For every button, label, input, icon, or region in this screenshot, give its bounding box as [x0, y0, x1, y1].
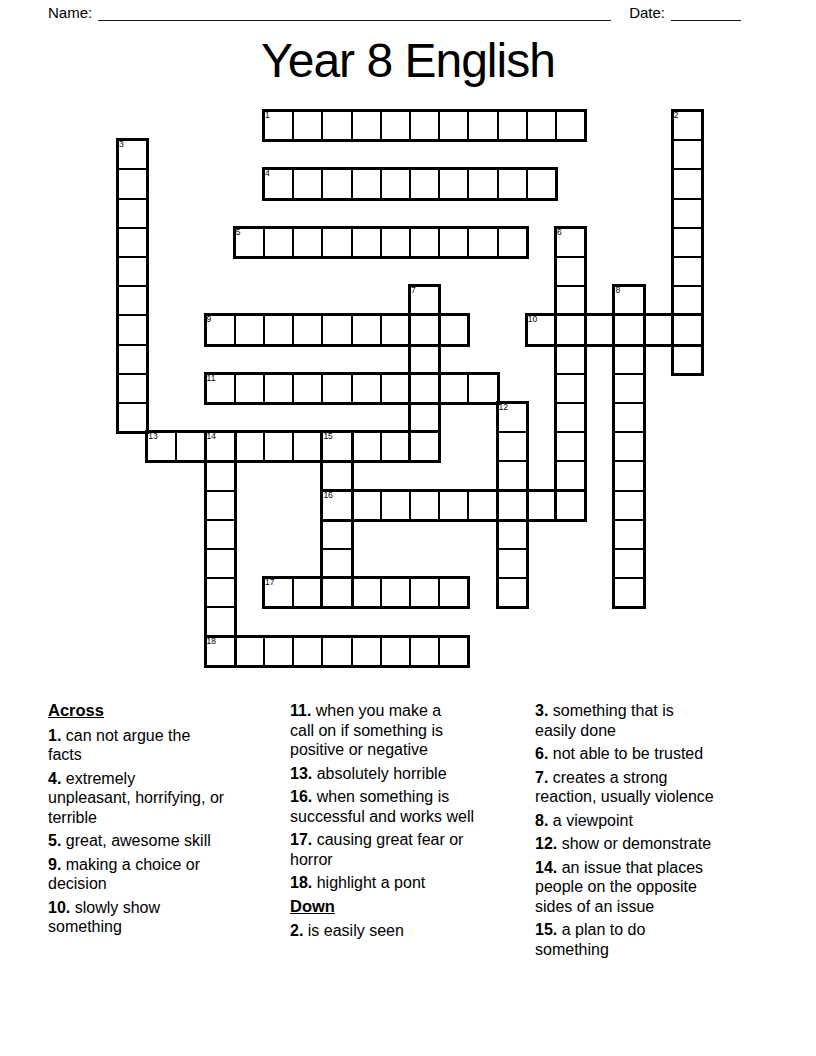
- clue-15: 15. a plan to do something: [535, 920, 785, 959]
- clues-heading-down: Down: [290, 897, 540, 917]
- grid-cell-r11c8[interactable]: [351, 431, 382, 462]
- grid-cell-r9c7[interactable]: [321, 373, 352, 404]
- name-field[interactable]: [98, 5, 611, 21]
- grid-cell-r13c9[interactable]: [380, 490, 411, 521]
- clue-text: can not argue the facts: [48, 727, 190, 764]
- clue-11: 11. when you make a call on if something…: [290, 701, 540, 760]
- grid-cell-r18c9[interactable]: [380, 636, 411, 667]
- grid-cell-r2c0[interactable]: [117, 168, 148, 199]
- clue-12: 12. show or demonstrate: [535, 834, 785, 854]
- grid-cell-r4c13[interactable]: [497, 227, 528, 258]
- grid-cell-r13c17[interactable]: [613, 490, 644, 521]
- clue-text: is easily seen: [303, 922, 404, 939]
- grid-cell-r9c5[interactable]: [263, 373, 294, 404]
- grid-cell-r16c9[interactable]: [380, 577, 411, 608]
- grid-cell-r2c7[interactable]: [321, 168, 352, 199]
- clue-text: when something is successful and works w…: [290, 788, 474, 825]
- clue-column-3: 3. something that is easily done6. not a…: [535, 701, 785, 963]
- date-label: Date:: [629, 4, 665, 21]
- worksheet-header: Name: Date:: [48, 4, 741, 21]
- grid-cell-r18c8[interactable]: [351, 636, 382, 667]
- grid-cell-r2c19[interactable]: [672, 168, 703, 199]
- grid-cell-r7c17[interactable]: [613, 314, 644, 345]
- clue-number-label: 2.: [290, 922, 303, 939]
- clue-number-label: 4.: [48, 770, 61, 787]
- grid-cell-r0c12[interactable]: [467, 110, 498, 141]
- grid-cell-r0c8[interactable]: [351, 110, 382, 141]
- grid-cell-r3c19[interactable]: [672, 198, 703, 229]
- grid-cell-r7c11[interactable]: [438, 314, 469, 345]
- grid-cell-r2c9[interactable]: [380, 168, 411, 199]
- grid-cell-r4c8[interactable]: [351, 227, 382, 258]
- grid-cell-r17c3[interactable]: [205, 606, 236, 637]
- grid-cell-r4c10[interactable]: [409, 227, 440, 258]
- grid-cell-r12c13[interactable]: [497, 460, 528, 491]
- grid-cell-r14c7[interactable]: [321, 519, 352, 550]
- grid-cell-r5c15[interactable]: [555, 256, 586, 287]
- crossword-grid: 123456789101112131415161718: [117, 110, 702, 666]
- grid-cell-r8c17[interactable]: [613, 344, 644, 375]
- clue-number-label: 18.: [290, 874, 312, 891]
- grid-cell-r1c19[interactable]: [672, 139, 703, 170]
- clue-number-label: 7.: [535, 769, 548, 786]
- grid-cell-r12c7[interactable]: [321, 460, 352, 491]
- grid-cell-r9c6[interactable]: [292, 373, 323, 404]
- grid-cell-r18c4[interactable]: [234, 636, 265, 667]
- grid-cell-r13c11[interactable]: [438, 490, 469, 521]
- grid-cell-r4c5[interactable]: [263, 227, 294, 258]
- clues-heading-across: Across: [48, 701, 298, 721]
- clue-number-label: 1.: [48, 727, 61, 744]
- grid-cell-r2c12[interactable]: [467, 168, 498, 199]
- grid-cell-r9c15[interactable]: [555, 373, 586, 404]
- grid-cell-r11c9[interactable]: [380, 431, 411, 462]
- grid-cell-r11c10[interactable]: [409, 431, 440, 462]
- clue-text: extremely unpleasant, horrifying, or ter…: [48, 770, 224, 826]
- cell-number-14: 14: [205, 431, 216, 441]
- grid-cell-r4c7[interactable]: [321, 227, 352, 258]
- clue-text: something that is easily done: [535, 702, 674, 739]
- clue-number-label: 6.: [535, 745, 548, 762]
- grid-cell-r7c18[interactable]: [643, 314, 674, 345]
- clue-8: 8. a viewpoint: [535, 811, 785, 831]
- cell-number-18: 18: [205, 636, 216, 646]
- grid-cell-r12c3[interactable]: [205, 460, 236, 491]
- grid-cell-r10c10[interactable]: [409, 402, 440, 433]
- clue-14: 14. an issue that places people on the o…: [535, 858, 785, 917]
- grid-cell-r9c4[interactable]: [234, 373, 265, 404]
- grid-cell-r2c14[interactable]: [526, 168, 557, 199]
- cell-number-8: 8: [613, 285, 620, 295]
- grid-cell-r11c6[interactable]: [292, 431, 323, 462]
- grid-cell-r7c0[interactable]: [117, 314, 148, 345]
- grid-cell-r9c9[interactable]: [380, 373, 411, 404]
- clue-number-label: 15.: [535, 921, 557, 938]
- clue-column-1: Across1. can not argue the facts4. extre…: [48, 701, 298, 941]
- clue-text: causing great fear or horror: [290, 831, 463, 868]
- grid-cell-r16c6[interactable]: [292, 577, 323, 608]
- clue-text: an issue that places people on the oppos…: [535, 859, 703, 915]
- grid-cell-r11c17[interactable]: [613, 431, 644, 462]
- clue-4: 4. extremely unpleasant, horrifying, or …: [48, 769, 298, 828]
- date-field[interactable]: [671, 5, 741, 21]
- grid-cell-r8c10[interactable]: [409, 344, 440, 375]
- grid-cell-r13c8[interactable]: [351, 490, 382, 521]
- grid-cell-r16c13[interactable]: [497, 577, 528, 608]
- cell-number-15: 15: [321, 431, 332, 441]
- grid-cell-r0c6[interactable]: [292, 110, 323, 141]
- grid-cell-r8c15[interactable]: [555, 344, 586, 375]
- grid-cell-r7c8[interactable]: [351, 314, 382, 345]
- clue-number-label: 9.: [48, 856, 61, 873]
- clue-3: 3. something that is easily done: [535, 701, 785, 740]
- grid-cell-r0c13[interactable]: [497, 110, 528, 141]
- grid-cell-r18c11[interactable]: [438, 636, 469, 667]
- grid-cell-r7c7[interactable]: [321, 314, 352, 345]
- grid-cell-r6c0[interactable]: [117, 285, 148, 316]
- grid-cell-r4c12[interactable]: [467, 227, 498, 258]
- grid-cell-r4c0[interactable]: [117, 227, 148, 258]
- grid-cell-r3c0[interactable]: [117, 198, 148, 229]
- grid-cell-r14c17[interactable]: [613, 519, 644, 550]
- clue-number-label: 13.: [290, 765, 312, 782]
- grid-cell-r11c13[interactable]: [497, 431, 528, 462]
- grid-cell-r2c10[interactable]: [409, 168, 440, 199]
- cell-number-11: 11: [205, 373, 216, 383]
- clue-number-label: 14.: [535, 859, 557, 876]
- clue-17: 17. causing great fear or horror: [290, 830, 540, 869]
- grid-cell-r4c19[interactable]: [672, 227, 703, 258]
- grid-cell-r9c8[interactable]: [351, 373, 382, 404]
- clue-number-label: 8.: [535, 812, 548, 829]
- clue-text: making a choice or decision: [48, 856, 200, 893]
- grid-cell-r7c15[interactable]: [555, 314, 586, 345]
- grid-cell-r18c5[interactable]: [263, 636, 294, 667]
- grid-cell-r6c15[interactable]: [555, 285, 586, 316]
- cell-number-2: 2: [672, 110, 679, 120]
- grid-cell-r2c13[interactable]: [497, 168, 528, 199]
- grid-cell-r16c7[interactable]: [321, 577, 352, 608]
- grid-cell-r5c19[interactable]: [672, 256, 703, 287]
- worksheet-title: Year 8 English: [0, 32, 816, 90]
- grid-cell-r15c3[interactable]: [205, 548, 236, 579]
- grid-cell-r7c5[interactable]: [263, 314, 294, 345]
- grid-cell-r11c2[interactable]: [175, 431, 206, 462]
- grid-cell-r10c15[interactable]: [555, 402, 586, 433]
- grid-cell-r9c11[interactable]: [438, 373, 469, 404]
- clue-9: 9. making a choice or decision: [48, 855, 298, 894]
- grid-cell-r13c14[interactable]: [526, 490, 557, 521]
- cell-number-3: 3: [117, 139, 124, 149]
- grid-cell-r10c17[interactable]: [613, 402, 644, 433]
- grid-cell-r16c3[interactable]: [205, 577, 236, 608]
- clue-number-label: 17.: [290, 831, 312, 848]
- grid-cell-r2c11[interactable]: [438, 168, 469, 199]
- clue-7: 7. creates a strong reaction, usually vi…: [535, 768, 785, 807]
- cell-number-12: 12: [497, 402, 508, 412]
- clue-18: 18. highlight a pont: [290, 873, 540, 893]
- grid-cell-r7c9[interactable]: [380, 314, 411, 345]
- cell-number-10: 10: [526, 314, 537, 324]
- grid-cell-r7c4[interactable]: [234, 314, 265, 345]
- grid-cell-r8c0[interactable]: [117, 344, 148, 375]
- grid-cell-r18c10[interactable]: [409, 636, 440, 667]
- clue-number-label: 5.: [48, 832, 61, 849]
- grid-cell-r9c0[interactable]: [117, 373, 148, 404]
- grid-cell-r9c12[interactable]: [467, 373, 498, 404]
- grid-cell-r15c7[interactable]: [321, 548, 352, 579]
- clue-6: 6. not able to be trusted: [535, 744, 785, 764]
- clue-text: a viewpoint: [548, 812, 633, 829]
- clue-number-label: 10.: [48, 899, 70, 916]
- grid-cell-r13c15[interactable]: [555, 490, 586, 521]
- grid-cell-r13c10[interactable]: [409, 490, 440, 521]
- grid-cell-r16c11[interactable]: [438, 577, 469, 608]
- clue-10: 10. slowly show something: [48, 898, 298, 937]
- grid-cell-r5c0[interactable]: [117, 256, 148, 287]
- clue-text: absolutely horrible: [312, 765, 446, 782]
- grid-cell-r14c3[interactable]: [205, 519, 236, 550]
- cell-number-16: 16: [321, 490, 332, 500]
- clue-1: 1. can not argue the facts: [48, 726, 298, 765]
- clue-number-label: 3.: [535, 702, 548, 719]
- grid-cell-r4c9[interactable]: [380, 227, 411, 258]
- grid-cell-r11c4[interactable]: [234, 431, 265, 462]
- grid-cell-r15c17[interactable]: [613, 548, 644, 579]
- name-label: Name:: [48, 4, 92, 21]
- clue-text: highlight a pont: [312, 874, 425, 891]
- clue-number-label: 11.: [290, 702, 311, 719]
- grid-cell-r16c17[interactable]: [613, 577, 644, 608]
- cell-number-5: 5: [234, 227, 241, 237]
- grid-cell-r0c10[interactable]: [409, 110, 440, 141]
- clue-text: when you make a call on if something is …: [290, 702, 443, 758]
- grid-cell-r18c6[interactable]: [292, 636, 323, 667]
- grid-cell-r0c14[interactable]: [526, 110, 557, 141]
- grid-cell-r7c10[interactable]: [409, 314, 440, 345]
- grid-cell-r4c6[interactable]: [292, 227, 323, 258]
- clue-number-label: 16.: [290, 788, 312, 805]
- grid-cell-r16c10[interactable]: [409, 577, 440, 608]
- cell-number-9: 9: [205, 314, 212, 324]
- cell-number-4: 4: [263, 168, 270, 178]
- grid-cell-r7c19[interactable]: [672, 314, 703, 345]
- grid-cell-r12c15[interactable]: [555, 460, 586, 491]
- clue-2: 2. is easily seen: [290, 921, 540, 941]
- cell-number-17: 17: [263, 577, 274, 587]
- cell-number-13: 13: [146, 431, 157, 441]
- grid-cell-r14c13[interactable]: [497, 519, 528, 550]
- cell-number-7: 7: [409, 285, 416, 295]
- grid-cell-r0c11[interactable]: [438, 110, 469, 141]
- grid-cell-r0c7[interactable]: [321, 110, 352, 141]
- grid-cell-r6c19[interactable]: [672, 285, 703, 316]
- grid-cell-r7c16[interactable]: [584, 314, 615, 345]
- grid-cell-r0c15[interactable]: [555, 110, 586, 141]
- grid-cell-r7c6[interactable]: [292, 314, 323, 345]
- clue-5: 5. great, awesome skill: [48, 831, 298, 851]
- clue-text: not able to be trusted: [548, 745, 703, 762]
- grid-cell-r16c8[interactable]: [351, 577, 382, 608]
- grid-cell-r11c15[interactable]: [555, 431, 586, 462]
- grid-cell-r15c13[interactable]: [497, 548, 528, 579]
- clue-16: 16. when something is successful and wor…: [290, 787, 540, 826]
- grid-cell-r18c7[interactable]: [321, 636, 352, 667]
- grid-cell-r0c9[interactable]: [380, 110, 411, 141]
- grid-cell-r4c11[interactable]: [438, 227, 469, 258]
- clue-13: 13. absolutely horrible: [290, 764, 540, 784]
- grid-cell-r9c10[interactable]: [409, 373, 440, 404]
- clue-column-2: 11. when you make a call on if something…: [290, 701, 540, 945]
- grid-cell-r11c5[interactable]: [263, 431, 294, 462]
- cell-number-6: 6: [555, 227, 562, 237]
- cell-number-1: 1: [263, 110, 270, 120]
- grid-cell-r2c8[interactable]: [351, 168, 382, 199]
- grid-cell-r9c17[interactable]: [613, 373, 644, 404]
- clue-number-label: 12.: [535, 835, 557, 852]
- grid-cell-r12c17[interactable]: [613, 460, 644, 491]
- clue-text: creates a strong reaction, usually viole…: [535, 769, 714, 806]
- grid-cell-r13c3[interactable]: [205, 490, 236, 521]
- grid-cell-r2c6[interactable]: [292, 168, 323, 199]
- clue-text: great, awesome skill: [61, 832, 210, 849]
- clue-text: show or demonstrate: [557, 835, 711, 852]
- grid-cell-r13c12[interactable]: [467, 490, 498, 521]
- grid-cell-r8c19[interactable]: [672, 344, 703, 375]
- grid-cell-r13c13[interactable]: [497, 490, 528, 521]
- grid-cell-r10c0[interactable]: [117, 402, 148, 433]
